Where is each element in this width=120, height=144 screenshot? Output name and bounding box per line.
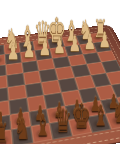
- chess-set-photo: ♜♞♝♛♚♝♞♜♟♟♟♟♟♟♟♟♟♟♟♟♟♟♟♟♜♞♝♛♚♝♞♜: [0, 0, 120, 144]
- white-pawn: ♟: [54, 34, 66, 56]
- square-d2: ♟: [35, 48, 52, 60]
- white-pawn: ♟: [69, 33, 81, 55]
- square-f4: [71, 64, 91, 77]
- square-g2: ♟: [79, 43, 97, 54]
- black-knight: ♞: [112, 99, 120, 127]
- black-bishop: ♝: [34, 110, 51, 140]
- square-f2: ♟: [64, 45, 82, 56]
- black-queen: ♛: [54, 105, 72, 137]
- white-pawn: ♟: [98, 29, 110, 51]
- black-rook: ♜: [0, 120, 10, 144]
- black-knight: ♞: [14, 115, 30, 144]
- square-c2: ♟: [20, 50, 37, 62]
- black-king: ♚: [72, 99, 91, 133]
- board-squares: ♜♞♝♛♚♝♞♜♟♟♟♟♟♟♟♟♟♟♟♟♟♟♟♟♜♞♝♛♚♝♞♜: [0, 32, 120, 144]
- square-c8: ♝: [31, 123, 53, 143]
- square-b8: ♞: [11, 127, 33, 144]
- square-h2: ♟: [93, 41, 112, 52]
- white-pawn: ♟: [0, 42, 4, 65]
- square-e2: ♟: [50, 46, 68, 58]
- white-pawn: ♟: [38, 36, 50, 58]
- white-pawn: ♟: [84, 31, 96, 53]
- white-pawn: ♟: [23, 38, 35, 60]
- chess-board: ♜♞♝♛♚♝♞♜♟♟♟♟♟♟♟♟♟♟♟♟♟♟♟♟♜♞♝♛♚♝♞♜: [0, 25, 120, 144]
- white-pawn: ♟: [7, 40, 20, 63]
- square-d8: ♛: [50, 120, 73, 139]
- square-e5: [58, 78, 78, 93]
- black-bishop: ♝: [93, 101, 109, 130]
- square-b5: [7, 85, 26, 100]
- square-b2: ♟: [5, 52, 22, 64]
